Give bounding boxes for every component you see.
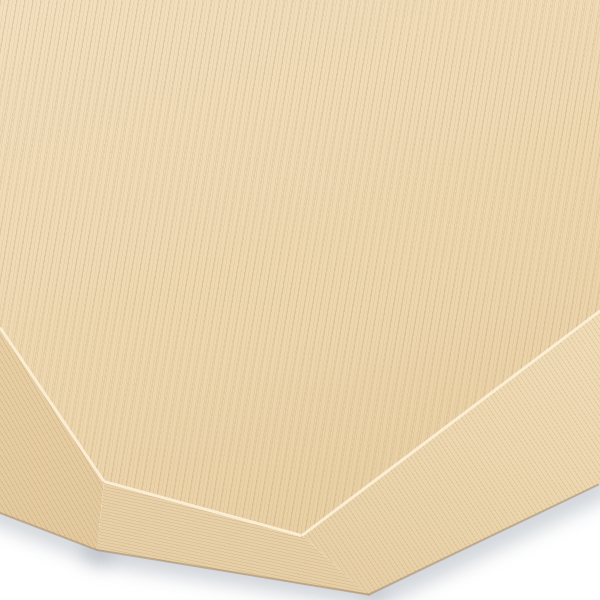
product-photo-scene [0, 0, 600, 600]
